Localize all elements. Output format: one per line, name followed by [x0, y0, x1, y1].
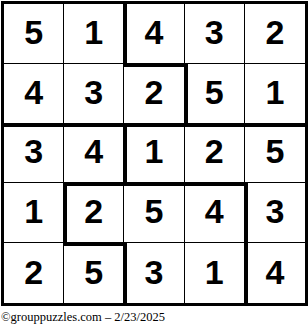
cell-r1c5: 2: [245, 4, 305, 64]
cell-r1c2: 1: [64, 4, 124, 64]
copyright-credit: ©grouppuzzles.com – 2/23/2025: [1, 310, 308, 325]
cell-r5c1: 2: [4, 243, 64, 303]
cell-r3c1: 3: [4, 124, 64, 184]
cell-r1c1: 5: [4, 4, 64, 64]
cell-r2c1: 4: [4, 64, 64, 124]
cell-r2c4: 5: [185, 64, 245, 124]
cell-r3c3: 1: [124, 124, 184, 184]
cell-r4c3: 5: [124, 183, 184, 243]
cell-r3c5: 5: [245, 124, 305, 184]
cell-r1c3: 4: [124, 4, 184, 64]
cell-r4c2: 2: [64, 183, 124, 243]
cell-r5c4: 1: [185, 243, 245, 303]
sudoku-board: 5143243251341251254325314: [1, 1, 308, 306]
cell-r2c3: 2: [124, 64, 184, 124]
cell-r5c5: 4: [245, 243, 305, 303]
cell-r4c1: 1: [4, 183, 64, 243]
cell-r4c4: 4: [185, 183, 245, 243]
puzzle-page: 5143243251341251254325314 ©grouppuzzles.…: [0, 1, 308, 329]
cell-r5c3: 3: [124, 243, 184, 303]
cell-r1c4: 3: [185, 4, 245, 64]
cell-r3c4: 2: [185, 124, 245, 184]
cell-r3c2: 4: [64, 124, 124, 184]
cell-r5c2: 5: [64, 243, 124, 303]
cell-r2c5: 1: [245, 64, 305, 124]
cell-r4c5: 3: [245, 183, 305, 243]
cell-r2c2: 3: [64, 64, 124, 124]
